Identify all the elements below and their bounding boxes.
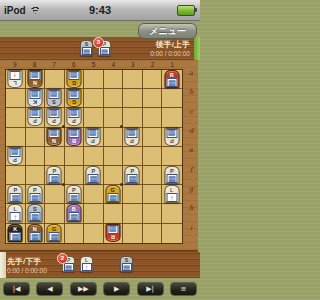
rank-label-f: f bbox=[186, 166, 196, 185]
battery-icon bbox=[177, 5, 195, 16]
board-cell-7a[interactable] bbox=[45, 70, 65, 89]
piece-sente-P[interactable]: P▦ bbox=[47, 166, 62, 184]
hoshi-dot bbox=[120, 125, 123, 128]
captured-gote-S[interactable]: S▦ bbox=[80, 40, 93, 56]
board-cell-1b[interactable] bbox=[162, 89, 182, 108]
board-cell-7b[interactable]: S▦ bbox=[45, 89, 65, 108]
board-cell-4a[interactable] bbox=[104, 70, 124, 89]
board-cell-8a[interactable]: N▦ bbox=[26, 70, 46, 89]
last-move-button[interactable]: ▶| bbox=[137, 282, 164, 296]
board-cell-1g[interactable]: L↑ bbox=[162, 185, 182, 204]
board-cell-5h[interactable] bbox=[84, 204, 104, 223]
captured-sente-S[interactable]: S▦ bbox=[120, 256, 133, 272]
piece-gote-G[interactable]: G▦ bbox=[66, 70, 81, 88]
prev-move-button[interactable]: ◀ bbox=[36, 282, 63, 296]
piece-gote-N[interactable]: N▦ bbox=[27, 70, 42, 88]
board-cell-9a[interactable]: L↑ bbox=[6, 70, 26, 89]
board-cell-2f[interactable] bbox=[143, 166, 163, 185]
gote-player-label: 後手/上手 bbox=[150, 40, 190, 50]
rank-labels: abcdefghi bbox=[186, 69, 196, 243]
rank-label-e: e bbox=[186, 146, 196, 165]
board-cell-1e[interactable] bbox=[162, 147, 182, 166]
board-cell-7f[interactable]: P▦ bbox=[45, 166, 65, 185]
piece-gote-P[interactable]: P▦ bbox=[27, 108, 42, 126]
kifu-list-button[interactable]: ≡ bbox=[170, 282, 197, 296]
board-cell-2i[interactable] bbox=[143, 224, 163, 243]
status-bar: iPod 9:43 bbox=[0, 0, 200, 21]
board-cell-6h[interactable]: B▦ bbox=[65, 204, 85, 223]
sente-player-label: 先手/下手 bbox=[7, 257, 47, 267]
autoplay-button[interactable]: ▶▶ bbox=[70, 282, 97, 296]
file-label-3: 3 bbox=[123, 61, 143, 69]
piece-gote-K[interactable]: K▦ bbox=[27, 89, 42, 107]
board-cell-4e[interactable] bbox=[104, 147, 124, 166]
board-cell-6a[interactable]: G▦ bbox=[65, 70, 85, 89]
piece-sente-B[interactable]: B▦ bbox=[66, 204, 81, 222]
piece-sente-P[interactable]: P▦ bbox=[125, 166, 140, 184]
sente-clock: 0:00 / 0:00:00 bbox=[7, 267, 47, 275]
piece-gote-G[interactable]: G▦ bbox=[66, 89, 81, 107]
board-cell-8f[interactable] bbox=[26, 166, 46, 185]
piece-sente-L[interactable]: L↑ bbox=[164, 185, 179, 203]
piece-sente-P[interactable]: P▦ bbox=[27, 185, 42, 203]
board-cell-6g[interactable]: P▦ bbox=[65, 185, 85, 204]
board-cell-6d[interactable]: B▦ bbox=[65, 128, 85, 147]
gote-clock: 0:00 / 0:00:00 bbox=[150, 50, 190, 58]
board-cell-3d[interactable]: P▦ bbox=[123, 128, 143, 147]
board-cell-5d[interactable]: P▦ bbox=[84, 128, 104, 147]
captured-sente-P[interactable]: P▦2 bbox=[62, 256, 75, 272]
board-cell-9i[interactable]: K▦ bbox=[6, 224, 26, 243]
board-cell-6i[interactable] bbox=[65, 224, 85, 243]
sente-player-bar: 先手/下手 0:00 / 0:00:00 P▦2L↑S▦ bbox=[0, 252, 200, 278]
board-cell-2c[interactable] bbox=[143, 108, 163, 127]
board-cell-5e[interactable] bbox=[84, 147, 104, 166]
board-cell-7g[interactable] bbox=[45, 185, 65, 204]
captured-count-badge: 3 bbox=[93, 37, 104, 48]
board-cell-4g[interactable]: G▦ bbox=[104, 185, 124, 204]
piece-gote-P[interactable]: P▦ bbox=[8, 147, 23, 165]
board-cell-9b[interactable] bbox=[6, 89, 26, 108]
piece-sente-L[interactable]: L↑ bbox=[8, 204, 23, 222]
piece-gote-P[interactable]: P▦ bbox=[47, 108, 62, 126]
file-label-9: 9 bbox=[5, 61, 25, 69]
piece-sente-G[interactable]: G▦ bbox=[105, 185, 120, 203]
piece-sente-G[interactable]: G▦ bbox=[47, 224, 62, 242]
hoshi-dot bbox=[120, 183, 123, 186]
board-cell-8i[interactable]: N▦ bbox=[26, 224, 46, 243]
rank-label-c: c bbox=[186, 108, 196, 127]
board-cell-3b[interactable] bbox=[123, 89, 143, 108]
piece-sente-L[interactable]: L↑ bbox=[80, 256, 93, 272]
board-cell-1h[interactable] bbox=[162, 204, 182, 223]
piece-gote-P[interactable]: P▦ bbox=[125, 128, 140, 146]
piece-sente-P[interactable]: P▦ bbox=[8, 185, 23, 203]
board-cell-9g[interactable]: P▦ bbox=[6, 185, 26, 204]
board-cell-5a[interactable] bbox=[84, 70, 104, 89]
gote-captured-tray: S▦P▦3 bbox=[80, 40, 111, 56]
sente-captured-tray: P▦2L↑S▦ bbox=[62, 256, 133, 272]
piece-gote-N[interactable]: N▦ bbox=[47, 128, 62, 146]
board-cell-2d[interactable] bbox=[143, 128, 163, 147]
rank-label-h: h bbox=[186, 204, 196, 223]
piece-gote-B[interactable]: B▦ bbox=[66, 128, 81, 146]
piece-sente-K[interactable]: K▦ bbox=[8, 224, 23, 242]
piece-sente-S[interactable]: S▦ bbox=[120, 256, 133, 272]
board-cell-1d[interactable]: P▦ bbox=[162, 128, 182, 147]
board-cell-3f[interactable]: P▦ bbox=[123, 166, 143, 185]
rank-label-g: g bbox=[186, 185, 196, 204]
board-cell-1i[interactable] bbox=[162, 224, 182, 243]
board-cell-5f[interactable]: P▦ bbox=[84, 166, 104, 185]
piece-sente-S[interactable]: S▦ bbox=[27, 204, 42, 222]
piece-sente-P[interactable]: P▦ bbox=[164, 166, 179, 184]
board-cell-1f[interactable]: P▦ bbox=[162, 166, 182, 185]
rank-label-i: i bbox=[186, 224, 196, 243]
piece-gote-R[interactable]: R▦ bbox=[105, 224, 120, 242]
rank-label-d: d bbox=[186, 127, 196, 146]
board-cell-8d[interactable] bbox=[26, 128, 46, 147]
board-cell-2b[interactable] bbox=[143, 89, 163, 108]
board-grid: L↑N▦G▦R▦K▦S▦G▦P▦P▦P▦N▦B▦P▦P▦P▦P▦P▦P▦P▦P▦… bbox=[5, 69, 183, 244]
board-cell-2g[interactable] bbox=[143, 185, 163, 204]
board-cell-3h[interactable] bbox=[123, 204, 143, 223]
board-cell-4b[interactable] bbox=[104, 89, 124, 108]
board-cell-6b[interactable]: G▦ bbox=[65, 89, 85, 108]
next-move-button[interactable]: ▶ bbox=[103, 282, 130, 296]
board-cell-3i[interactable] bbox=[123, 224, 143, 243]
piece-gote-S[interactable]: S▦ bbox=[80, 40, 93, 56]
board-cell-5b[interactable] bbox=[84, 89, 104, 108]
board-cell-6c[interactable]: P▦ bbox=[65, 108, 85, 127]
board-cell-7i[interactable]: G▦ bbox=[45, 224, 65, 243]
board-cell-7h[interactable] bbox=[45, 204, 65, 223]
playback-toolbar: |◀◀▶▶▶▶|≡ bbox=[0, 278, 200, 300]
sente-turn-indicator bbox=[0, 252, 6, 278]
board-cell-5c[interactable] bbox=[84, 108, 104, 127]
board-cell-9e[interactable]: P▦ bbox=[6, 147, 26, 166]
board-cell-9h[interactable]: L↑ bbox=[6, 204, 26, 223]
board-cell-3e[interactable] bbox=[123, 147, 143, 166]
file-label-4: 4 bbox=[103, 61, 123, 69]
board-cell-1c[interactable] bbox=[162, 108, 182, 127]
board-cell-9f[interactable] bbox=[6, 166, 26, 185]
file-label-6: 6 bbox=[64, 61, 84, 69]
file-label-7: 7 bbox=[44, 61, 64, 69]
gote-turn-indicator bbox=[194, 37, 200, 60]
piece-gote-P[interactable]: P▦ bbox=[86, 128, 101, 146]
board-cell-8g[interactable]: P▦ bbox=[26, 185, 46, 204]
file-label-2: 2 bbox=[143, 61, 163, 69]
board-cell-8e[interactable] bbox=[26, 147, 46, 166]
board-cell-5g[interactable] bbox=[84, 185, 104, 204]
board-cell-3a[interactable] bbox=[123, 70, 143, 89]
captured-gote-P[interactable]: P▦3 bbox=[98, 40, 111, 56]
board-cell-2h[interactable] bbox=[143, 204, 163, 223]
board-cell-8h[interactable]: S▦ bbox=[26, 204, 46, 223]
board-cell-7e[interactable] bbox=[45, 147, 65, 166]
board-cell-4h[interactable] bbox=[104, 204, 124, 223]
board-cell-9d[interactable] bbox=[6, 128, 26, 147]
file-label-1: 1 bbox=[162, 61, 182, 69]
board-cell-8c[interactable]: P▦ bbox=[26, 108, 46, 127]
shogi-board: 987654321 abcdefghi L↑N▦G▦R▦K▦S▦G▦P▦P▦P▦… bbox=[0, 60, 198, 252]
menu-button[interactable]: メニュー bbox=[138, 23, 197, 39]
file-label-5: 5 bbox=[84, 61, 104, 69]
board-cell-6f[interactable] bbox=[65, 166, 85, 185]
gote-player-bar: S▦P▦3 後手/上手 0:00 / 0:00:00 bbox=[0, 37, 200, 60]
board-cell-7d[interactable]: N▦ bbox=[45, 128, 65, 147]
board-cell-6e[interactable] bbox=[65, 147, 85, 166]
board-cell-4i[interactable]: R▦ bbox=[104, 224, 124, 243]
rank-label-b: b bbox=[186, 88, 196, 107]
file-label-8: 8 bbox=[25, 61, 45, 69]
piece-gote-P[interactable]: P▦ bbox=[66, 108, 81, 126]
hoshi-dot bbox=[62, 183, 65, 186]
piece-sente-P[interactable]: P▦ bbox=[86, 166, 101, 184]
piece-gote-S[interactable]: S▦ bbox=[47, 89, 62, 107]
board-cell-4d[interactable] bbox=[104, 128, 124, 147]
piece-sente-P[interactable]: P▦ bbox=[66, 185, 81, 203]
captured-sente-L[interactable]: L↑ bbox=[80, 256, 93, 272]
piece-sente-R[interactable]: R▦ bbox=[164, 70, 179, 88]
board-cell-2a[interactable] bbox=[143, 70, 163, 89]
file-labels: 987654321 bbox=[5, 61, 182, 69]
board-cell-3g[interactable] bbox=[123, 185, 143, 204]
rank-label-a: a bbox=[186, 69, 196, 88]
board-cell-5i[interactable] bbox=[84, 224, 104, 243]
board-cell-9c[interactable] bbox=[6, 108, 26, 127]
piece-gote-P[interactable]: P▦ bbox=[164, 128, 179, 146]
captured-count-badge: 2 bbox=[57, 253, 68, 264]
hoshi-dot bbox=[62, 125, 65, 128]
piece-sente-N[interactable]: N▦ bbox=[27, 224, 42, 242]
piece-gote-L[interactable]: L↑ bbox=[8, 70, 23, 88]
board-cell-2e[interactable] bbox=[143, 147, 163, 166]
status-clock: 9:43 bbox=[0, 4, 200, 16]
board-cell-3c[interactable] bbox=[123, 108, 143, 127]
board-cell-8b[interactable]: K▦ bbox=[26, 89, 46, 108]
board-cell-1a[interactable]: R▦ bbox=[162, 70, 182, 89]
first-move-button[interactable]: |◀ bbox=[3, 282, 30, 296]
